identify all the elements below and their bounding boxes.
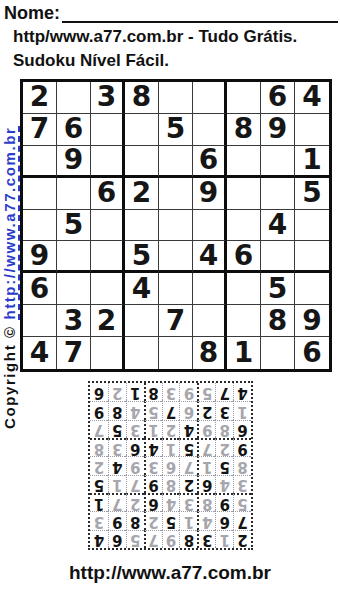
solution-cell-r2c7: 8 bbox=[126, 511, 144, 529]
cell-r7c5[interactable] bbox=[159, 273, 193, 305]
cell-r2c6[interactable] bbox=[193, 114, 227, 146]
cell-r2c8[interactable]: 9 bbox=[261, 114, 295, 146]
name-row: Nome: bbox=[4, 3, 338, 23]
solution-cell-r8c2: 3 bbox=[215, 401, 233, 419]
name-field[interactable] bbox=[62, 3, 338, 23]
cell-r4c4[interactable]: 2 bbox=[125, 178, 159, 210]
solution-cell-r2c9: 3 bbox=[90, 511, 108, 529]
solution-cell-r5c3: 1 bbox=[197, 456, 215, 474]
solution-cell-r1c8: 6 bbox=[108, 530, 126, 548]
solution-cell-r6c2: 2 bbox=[215, 438, 233, 456]
cell-r7c1[interactable]: 6 bbox=[23, 273, 57, 305]
solution-cell-r2c6: 2 bbox=[144, 511, 162, 529]
solution-cell-r6c3: 7 bbox=[197, 438, 215, 456]
solution-cell-r5c8: 4 bbox=[108, 456, 126, 474]
cell-r7c7[interactable] bbox=[227, 273, 261, 305]
solution-cell-r5c9: 2 bbox=[90, 456, 108, 474]
solution-cell-r9c7: 1 bbox=[126, 383, 144, 401]
solution-cell-r6c4: 5 bbox=[179, 438, 197, 456]
cell-r9c9[interactable]: 6 bbox=[295, 337, 329, 369]
solution-cell-r5c7: 9 bbox=[126, 456, 144, 474]
solution-cell-r8c6: 5 bbox=[144, 401, 162, 419]
solution-cell-r9c1: 4 bbox=[233, 383, 251, 401]
solution-cell-r1c5: 9 bbox=[162, 530, 180, 548]
cell-r5c3[interactable] bbox=[91, 210, 125, 242]
cell-r4c8[interactable] bbox=[261, 178, 295, 210]
solution-cell-r9c6: 8 bbox=[144, 383, 162, 401]
cell-r1c6[interactable] bbox=[193, 82, 227, 114]
solution-cell-r7c6: 1 bbox=[144, 420, 162, 438]
solution-cell-r2c1: 7 bbox=[233, 511, 251, 529]
cell-r9c4[interactable] bbox=[125, 337, 159, 369]
solution-cell-r1c6: 7 bbox=[144, 530, 162, 548]
solution-cell-r4c4: 2 bbox=[179, 475, 197, 493]
solution-cell-r6c6: 4 bbox=[144, 438, 162, 456]
solution-cell-r5c1: 8 bbox=[233, 456, 251, 474]
solution-cell-r5c4: 7 bbox=[179, 456, 197, 474]
solution-cell-r6c1: 9 bbox=[233, 438, 251, 456]
cell-r7c4[interactable]: 4 bbox=[125, 273, 159, 305]
cell-r9c1[interactable]: 4 bbox=[23, 337, 57, 369]
cell-r8c4[interactable] bbox=[125, 305, 159, 337]
cell-r5c1[interactable] bbox=[23, 210, 57, 242]
cell-r3c5[interactable] bbox=[159, 146, 193, 178]
solution-cell-r3c3: 8 bbox=[197, 493, 215, 511]
solution-cell-r3c8: 7 bbox=[108, 493, 126, 511]
solution-cell-r9c9: 6 bbox=[90, 383, 108, 401]
solution-cell-r2c2: 6 bbox=[215, 511, 233, 529]
solution-cell-r4c6: 9 bbox=[144, 475, 162, 493]
cell-r3c4[interactable] bbox=[125, 146, 159, 178]
cell-r6c5[interactable] bbox=[159, 241, 193, 273]
cell-r1c7[interactable] bbox=[227, 82, 261, 114]
solution-cell-r4c2: 4 bbox=[215, 475, 233, 493]
cell-r8c9[interactable]: 9 bbox=[295, 305, 329, 337]
solution-cell-r1c9: 4 bbox=[90, 530, 108, 548]
solution-cell-r9c5: 3 bbox=[162, 383, 180, 401]
footer-url: http://www.a77.com.br bbox=[0, 562, 340, 584]
solution-cell-r7c1: 6 bbox=[233, 420, 251, 438]
solution-cell-r4c1: 3 bbox=[233, 475, 251, 493]
solution-cell-r3c4: 3 bbox=[179, 493, 197, 511]
solution-cell-r8c9: 9 bbox=[90, 401, 108, 419]
cell-r3c9[interactable]: 1 bbox=[295, 146, 329, 178]
cell-r8c6[interactable] bbox=[193, 305, 227, 337]
cell-r9c7[interactable]: 1 bbox=[227, 337, 261, 369]
solution-cell-r6c5: 1 bbox=[162, 438, 180, 456]
solution-cell-r1c2: 1 bbox=[215, 530, 233, 548]
solution-grid: 2138975647641528935983462713462897158517… bbox=[88, 381, 253, 550]
cell-r8c1[interactable] bbox=[23, 305, 57, 337]
cell-r4c9[interactable]: 5 bbox=[295, 178, 329, 210]
cell-r1c2[interactable] bbox=[57, 82, 91, 114]
cell-r6c7[interactable]: 6 bbox=[227, 241, 261, 273]
cell-r1c8[interactable]: 6 bbox=[261, 82, 295, 114]
cell-r9c5[interactable] bbox=[159, 337, 193, 369]
solution-cell-r1c3: 3 bbox=[197, 530, 215, 548]
solution-cell-r1c4: 8 bbox=[179, 530, 197, 548]
cell-r8c2[interactable]: 3 bbox=[57, 305, 91, 337]
cell-r2c4[interactable] bbox=[125, 114, 159, 146]
cell-r5c9[interactable] bbox=[295, 210, 329, 242]
cell-r2c7[interactable]: 8 bbox=[227, 114, 261, 146]
name-label: Nome: bbox=[4, 3, 60, 23]
solution-cell-r3c7: 2 bbox=[126, 493, 144, 511]
cell-r8c5[interactable]: 7 bbox=[159, 305, 193, 337]
cell-r6c4[interactable]: 5 bbox=[125, 241, 159, 273]
solution-cell-r9c8: 2 bbox=[108, 383, 126, 401]
solution-cell-r5c2: 5 bbox=[215, 456, 233, 474]
solution-cell-r4c9: 5 bbox=[90, 475, 108, 493]
cell-r4c5[interactable] bbox=[159, 178, 193, 210]
cell-r2c3[interactable] bbox=[91, 114, 125, 146]
cell-r2c9[interactable] bbox=[295, 114, 329, 146]
solution-cell-r4c3: 6 bbox=[197, 475, 215, 493]
cell-r4c2[interactable] bbox=[57, 178, 91, 210]
solution-cell-r8c1: 1 bbox=[233, 401, 251, 419]
solution-cell-r7c5: 2 bbox=[162, 420, 180, 438]
cell-r9c6[interactable]: 8 bbox=[193, 337, 227, 369]
copyright-link[interactable]: http://www.a77.com.br bbox=[1, 127, 20, 320]
cell-r6c1[interactable]: 9 bbox=[23, 241, 57, 273]
cell-r4c1[interactable] bbox=[23, 178, 57, 210]
cell-r5c8[interactable]: 4 bbox=[261, 210, 295, 242]
cell-r8c7[interactable] bbox=[227, 305, 261, 337]
solution-cell-r7c8: 5 bbox=[108, 420, 126, 438]
solution-cell-r7c9: 7 bbox=[90, 420, 108, 438]
solution-cell-r3c5: 4 bbox=[162, 493, 180, 511]
cell-r3c2[interactable]: 9 bbox=[57, 146, 91, 178]
cell-r6c2[interactable] bbox=[57, 241, 91, 273]
solution-cell-r8c4: 6 bbox=[179, 401, 197, 419]
solution-cell-r1c7: 5 bbox=[126, 530, 144, 548]
cell-r7c8[interactable]: 5 bbox=[261, 273, 295, 305]
solution-cell-r6c7: 6 bbox=[126, 438, 144, 456]
cell-r3c6[interactable]: 6 bbox=[193, 146, 227, 178]
solution-cell-r4c7: 7 bbox=[126, 475, 144, 493]
solution-cell-r2c8: 9 bbox=[108, 511, 126, 529]
cell-r1c3[interactable]: 3 bbox=[91, 82, 125, 114]
cell-r4c6[interactable]: 9 bbox=[193, 178, 227, 210]
solution-cell-r2c4: 1 bbox=[179, 511, 197, 529]
solution-cell-r8c3: 2 bbox=[197, 401, 215, 419]
cell-r3c7[interactable] bbox=[227, 146, 261, 178]
cell-r7c6[interactable] bbox=[193, 273, 227, 305]
solution-cell-r9c2: 7 bbox=[215, 383, 233, 401]
solution-cell-r3c2: 9 bbox=[215, 493, 233, 511]
cell-r7c3[interactable] bbox=[91, 273, 125, 305]
cell-r7c9[interactable] bbox=[295, 273, 329, 305]
cell-r3c1[interactable] bbox=[23, 146, 57, 178]
solution-cell-r3c9: 1 bbox=[90, 493, 108, 511]
cell-r9c2[interactable]: 7 bbox=[57, 337, 91, 369]
solution-cell-r9c4: 9 bbox=[179, 383, 197, 401]
cell-r5c6[interactable] bbox=[193, 210, 227, 242]
solution-cell-r8c5: 7 bbox=[162, 401, 180, 419]
cell-r8c3[interactable]: 2 bbox=[91, 305, 125, 337]
cell-r6c9[interactable] bbox=[295, 241, 329, 273]
cell-r5c7[interactable] bbox=[227, 210, 261, 242]
sudoku-worksheet-page: Nome: http/www.a77.com.br - Tudo Grátis.… bbox=[0, 0, 340, 596]
solution-cell-r4c5: 8 bbox=[162, 475, 180, 493]
cell-r6c8[interactable] bbox=[261, 241, 295, 273]
cell-r5c4[interactable] bbox=[125, 210, 159, 242]
cell-r5c5[interactable] bbox=[159, 210, 193, 242]
cell-r4c7[interactable] bbox=[227, 178, 261, 210]
cell-r6c6[interactable]: 4 bbox=[193, 241, 227, 273]
cell-r1c5[interactable] bbox=[159, 82, 193, 114]
cell-r3c3[interactable] bbox=[91, 146, 125, 178]
cell-r1c9[interactable]: 4 bbox=[295, 82, 329, 114]
cell-r2c5[interactable]: 5 bbox=[159, 114, 193, 146]
site-header: http/www.a77.com.br - Tudo Grátis. bbox=[13, 27, 297, 47]
solution-cell-r8c7: 4 bbox=[126, 401, 144, 419]
copyright-text: Copyright © http://www.a77.com.br bbox=[2, 83, 18, 429]
cell-r2c1[interactable]: 7 bbox=[23, 114, 57, 146]
cell-r9c8[interactable] bbox=[261, 337, 295, 369]
solution-cell-r7c7: 3 bbox=[126, 420, 144, 438]
cell-r4c3[interactable]: 6 bbox=[91, 178, 125, 210]
solution-cell-r5c5: 6 bbox=[162, 456, 180, 474]
cell-r6c3[interactable] bbox=[91, 241, 125, 273]
solution-cell-r2c5: 5 bbox=[162, 511, 180, 529]
cell-r7c2[interactable] bbox=[57, 273, 91, 305]
solution-cell-r9c3: 5 bbox=[197, 383, 215, 401]
cell-r3c8[interactable] bbox=[261, 146, 295, 178]
page-title: Sudoku Nível Fácil. bbox=[13, 51, 169, 71]
cell-r1c1[interactable]: 2 bbox=[23, 82, 57, 114]
solution-cell-r7c4: 4 bbox=[179, 420, 197, 438]
cell-r5c2[interactable]: 5 bbox=[57, 210, 91, 242]
solution-cell-r1c1: 2 bbox=[233, 530, 251, 548]
cell-r2c2[interactable]: 6 bbox=[57, 114, 91, 146]
puzzle-grid: 238647658996162955495466453278947816 bbox=[20, 79, 332, 372]
solution-cell-r3c6: 6 bbox=[144, 493, 162, 511]
solution-cell-r2c3: 4 bbox=[197, 511, 215, 529]
solution-cell-r7c2: 8 bbox=[215, 420, 233, 438]
solution-cell-r6c8: 3 bbox=[108, 438, 126, 456]
solution-cell-r3c1: 5 bbox=[233, 493, 251, 511]
copyright-prefix: Copyright © bbox=[1, 320, 18, 429]
solution-cell-r5c6: 3 bbox=[144, 456, 162, 474]
solution-cell-r8c8: 8 bbox=[108, 401, 126, 419]
cell-r9c3[interactable] bbox=[91, 337, 125, 369]
solution-cell-r6c9: 8 bbox=[90, 438, 108, 456]
cell-r8c8[interactable]: 8 bbox=[261, 305, 295, 337]
solution-cell-r7c3: 9 bbox=[197, 420, 215, 438]
solution-cell-r4c8: 1 bbox=[108, 475, 126, 493]
cell-r1c4[interactable]: 8 bbox=[125, 82, 159, 114]
